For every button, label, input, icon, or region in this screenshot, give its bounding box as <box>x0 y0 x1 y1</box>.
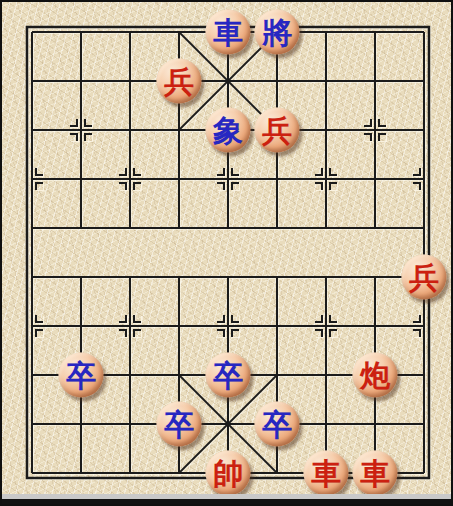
piece-glyph: 將 <box>262 17 292 47</box>
marker-corner <box>119 168 127 176</box>
marker-corner <box>119 315 127 323</box>
piece-glyph: 兵 <box>262 115 292 145</box>
marker-corner <box>119 329 127 337</box>
piece-red-soldier-i5[interactable]: 兵 <box>402 255 447 300</box>
piece-glyph: 卒 <box>164 409 194 439</box>
marker-corner <box>329 168 337 176</box>
marker-corner <box>378 133 386 141</box>
marker-corner <box>413 182 421 190</box>
piece-glyph: 兵 <box>409 262 439 292</box>
window-bottom-edge <box>2 499 451 504</box>
marker-corner <box>231 329 239 337</box>
marker-corner <box>315 329 323 337</box>
marker-corner <box>364 119 372 127</box>
piece-red-chariot-g9[interactable]: 車 <box>304 451 349 496</box>
marker-corner <box>329 329 337 337</box>
marker-corner <box>217 168 225 176</box>
marker-corner <box>231 315 239 323</box>
piece-glyph: 帥 <box>213 458 243 488</box>
marker-corner <box>35 168 43 176</box>
marker-corner <box>84 133 92 141</box>
marker-corner <box>315 182 323 190</box>
marker-corner <box>35 315 43 323</box>
marker-corner <box>133 329 141 337</box>
marker-corner <box>231 182 239 190</box>
marker-corner <box>315 168 323 176</box>
piece-red-cannon-h7[interactable]: 炮 <box>353 353 398 398</box>
piece-glyph: 車 <box>213 17 243 47</box>
piece-black-elephant-e2[interactable]: 象 <box>206 108 251 153</box>
marker-corner <box>217 329 225 337</box>
marker-corner <box>378 119 386 127</box>
marker-corner <box>413 329 421 337</box>
marker-corner <box>133 168 141 176</box>
marker-corner <box>364 133 372 141</box>
piece-glyph: 卒 <box>262 409 292 439</box>
piece-red-general-e9[interactable]: 帥 <box>206 451 251 496</box>
marker-corner <box>413 315 421 323</box>
marker-corner <box>329 182 337 190</box>
piece-glyph: 車 <box>311 458 341 488</box>
piece-glyph: 炮 <box>360 360 390 390</box>
marker-corner <box>133 182 141 190</box>
marker-corner <box>35 329 43 337</box>
xiangqi-game-window: 車將兵象兵兵卒卒炮卒卒帥車車 <box>0 0 453 506</box>
marker-corner <box>35 182 43 190</box>
piece-black-soldier-d8[interactable]: 卒 <box>157 402 202 447</box>
piece-glyph: 卒 <box>213 360 243 390</box>
piece-glyph: 卒 <box>66 360 96 390</box>
piece-red-chariot-h9[interactable]: 車 <box>353 451 398 496</box>
xiangqi-board[interactable]: 車將兵象兵兵卒卒炮卒卒帥車車 <box>2 2 451 504</box>
marker-corner <box>119 182 127 190</box>
marker-corner <box>133 315 141 323</box>
piece-glyph: 象 <box>213 115 243 145</box>
piece-red-soldier-d1[interactable]: 兵 <box>157 59 202 104</box>
marker-corner <box>70 119 78 127</box>
marker-corner <box>329 315 337 323</box>
marker-corner <box>217 315 225 323</box>
marker-corner <box>413 168 421 176</box>
piece-black-general-f0[interactable]: 將 <box>255 10 300 55</box>
piece-glyph: 車 <box>360 458 390 488</box>
marker-corner <box>217 182 225 190</box>
piece-black-soldier-f8[interactable]: 卒 <box>255 402 300 447</box>
marker-corner <box>84 119 92 127</box>
piece-red-soldier-f2[interactable]: 兵 <box>255 108 300 153</box>
piece-glyph: 兵 <box>164 66 194 96</box>
marker-corner <box>70 133 78 141</box>
marker-corner <box>231 168 239 176</box>
marker-corner <box>315 315 323 323</box>
piece-black-chariot-e0[interactable]: 車 <box>206 10 251 55</box>
piece-black-soldier-b7[interactable]: 卒 <box>59 353 104 398</box>
piece-black-soldier-e7[interactable]: 卒 <box>206 353 251 398</box>
